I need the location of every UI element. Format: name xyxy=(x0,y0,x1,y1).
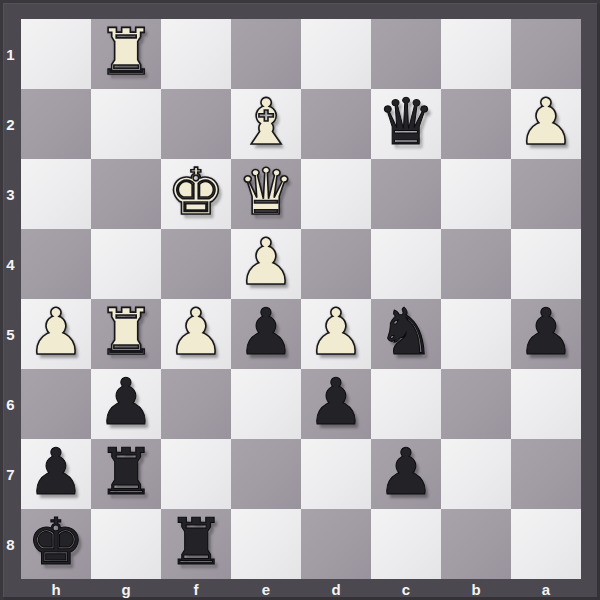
black-pawn-piece[interactable]: ♟ xyxy=(27,440,84,504)
square-c8[interactable] xyxy=(371,509,441,579)
square-f1[interactable] xyxy=(161,19,231,89)
rank-label-7: 7 xyxy=(0,439,21,509)
square-d6[interactable]: ♟ xyxy=(301,369,371,439)
square-d5[interactable]: ♟ xyxy=(301,299,371,369)
square-f7[interactable] xyxy=(161,439,231,509)
file-label-b: b xyxy=(441,579,511,600)
square-e6[interactable] xyxy=(231,369,301,439)
square-a8[interactable] xyxy=(511,509,581,579)
square-c5[interactable]: ♞ xyxy=(371,299,441,369)
square-e4[interactable]: ♟ xyxy=(231,229,301,299)
white-pawn-piece[interactable]: ♟ xyxy=(167,300,224,364)
square-g8[interactable] xyxy=(91,509,161,579)
file-label-f: f xyxy=(161,579,231,600)
square-d7[interactable] xyxy=(301,439,371,509)
black-king-piece[interactable]: ♚ xyxy=(27,510,84,574)
square-g1[interactable]: ♜ xyxy=(91,19,161,89)
square-b1[interactable] xyxy=(441,19,511,89)
square-b2[interactable] xyxy=(441,89,511,159)
square-b3[interactable] xyxy=(441,159,511,229)
square-d3[interactable] xyxy=(301,159,371,229)
square-b8[interactable] xyxy=(441,509,511,579)
square-g4[interactable] xyxy=(91,229,161,299)
black-queen-piece[interactable]: ♛ xyxy=(377,90,434,154)
chess-board-frame: 12345678 ♜♝♛♟♚♛♟♟♜♟♟♟♞♟♟♟♟♜♟♚♜ hgfedcba xyxy=(0,0,600,600)
file-label-d: d xyxy=(301,579,371,600)
rank-label-4: 4 xyxy=(0,229,21,299)
square-e8[interactable] xyxy=(231,509,301,579)
square-h6[interactable] xyxy=(21,369,91,439)
file-label-a: a xyxy=(511,579,581,600)
square-b7[interactable] xyxy=(441,439,511,509)
square-f8[interactable]: ♜ xyxy=(161,509,231,579)
square-e1[interactable] xyxy=(231,19,301,89)
square-h8[interactable]: ♚ xyxy=(21,509,91,579)
square-a3[interactable] xyxy=(511,159,581,229)
black-pawn-piece[interactable]: ♟ xyxy=(307,370,364,434)
square-h4[interactable] xyxy=(21,229,91,299)
square-h2[interactable] xyxy=(21,89,91,159)
square-e7[interactable] xyxy=(231,439,301,509)
rank-label-5: 5 xyxy=(0,299,21,369)
square-c6[interactable] xyxy=(371,369,441,439)
square-a7[interactable] xyxy=(511,439,581,509)
file-label-g: g xyxy=(91,579,161,600)
square-g7[interactable]: ♜ xyxy=(91,439,161,509)
white-pawn-piece[interactable]: ♟ xyxy=(307,300,364,364)
white-queen-piece[interactable]: ♛ xyxy=(237,160,294,224)
square-f3[interactable]: ♚ xyxy=(161,159,231,229)
square-b5[interactable] xyxy=(441,299,511,369)
square-e2[interactable]: ♝ xyxy=(231,89,301,159)
square-c4[interactable] xyxy=(371,229,441,299)
square-b6[interactable] xyxy=(441,369,511,439)
square-h3[interactable] xyxy=(21,159,91,229)
square-g3[interactable] xyxy=(91,159,161,229)
rank-labels: 12345678 xyxy=(0,19,21,579)
rank-label-8: 8 xyxy=(0,509,21,579)
square-a1[interactable] xyxy=(511,19,581,89)
square-d2[interactable] xyxy=(301,89,371,159)
square-a4[interactable] xyxy=(511,229,581,299)
rank-label-1: 1 xyxy=(0,19,21,89)
white-bishop-piece[interactable]: ♝ xyxy=(237,90,294,154)
square-a6[interactable] xyxy=(511,369,581,439)
square-g6[interactable]: ♟ xyxy=(91,369,161,439)
black-pawn-piece[interactable]: ♟ xyxy=(517,300,574,364)
square-c2[interactable]: ♛ xyxy=(371,89,441,159)
black-pawn-piece[interactable]: ♟ xyxy=(377,440,434,504)
square-e3[interactable]: ♛ xyxy=(231,159,301,229)
file-labels: hgfedcba xyxy=(21,579,581,600)
black-rook-piece[interactable]: ♜ xyxy=(167,510,224,574)
black-knight-piece[interactable]: ♞ xyxy=(377,300,434,364)
white-rook-piece[interactable]: ♜ xyxy=(97,300,154,364)
square-d4[interactable] xyxy=(301,229,371,299)
black-pawn-piece[interactable]: ♟ xyxy=(237,300,294,364)
black-pawn-piece[interactable]: ♟ xyxy=(97,370,154,434)
square-c3[interactable] xyxy=(371,159,441,229)
square-f5[interactable]: ♟ xyxy=(161,299,231,369)
rank-label-2: 2 xyxy=(0,89,21,159)
white-pawn-piece[interactable]: ♟ xyxy=(237,230,294,294)
square-g2[interactable] xyxy=(91,89,161,159)
square-d1[interactable] xyxy=(301,19,371,89)
chess-board: ♜♝♛♟♚♛♟♟♜♟♟♟♞♟♟♟♟♜♟♚♜ xyxy=(21,19,581,579)
square-d8[interactable] xyxy=(301,509,371,579)
square-c1[interactable] xyxy=(371,19,441,89)
file-label-c: c xyxy=(371,579,441,600)
square-g5[interactable]: ♜ xyxy=(91,299,161,369)
rank-label-6: 6 xyxy=(0,369,21,439)
square-h7[interactable]: ♟ xyxy=(21,439,91,509)
rank-label-3: 3 xyxy=(0,159,21,229)
file-label-h: h xyxy=(21,579,91,600)
black-rook-piece[interactable]: ♜ xyxy=(97,440,154,504)
white-pawn-piece[interactable]: ♟ xyxy=(27,300,84,364)
white-king-piece[interactable]: ♚ xyxy=(167,160,224,224)
white-pawn-piece[interactable]: ♟ xyxy=(517,90,574,154)
white-rook-piece[interactable]: ♜ xyxy=(97,20,154,84)
square-e5[interactable]: ♟ xyxy=(231,299,301,369)
square-h1[interactable] xyxy=(21,19,91,89)
square-c7[interactable]: ♟ xyxy=(371,439,441,509)
square-f4[interactable] xyxy=(161,229,231,299)
square-h5[interactable]: ♟ xyxy=(21,299,91,369)
square-a5[interactable]: ♟ xyxy=(511,299,581,369)
square-b4[interactable] xyxy=(441,229,511,299)
square-f2[interactable] xyxy=(161,89,231,159)
file-label-e: e xyxy=(231,579,301,600)
square-a2[interactable]: ♟ xyxy=(511,89,581,159)
square-f6[interactable] xyxy=(161,369,231,439)
